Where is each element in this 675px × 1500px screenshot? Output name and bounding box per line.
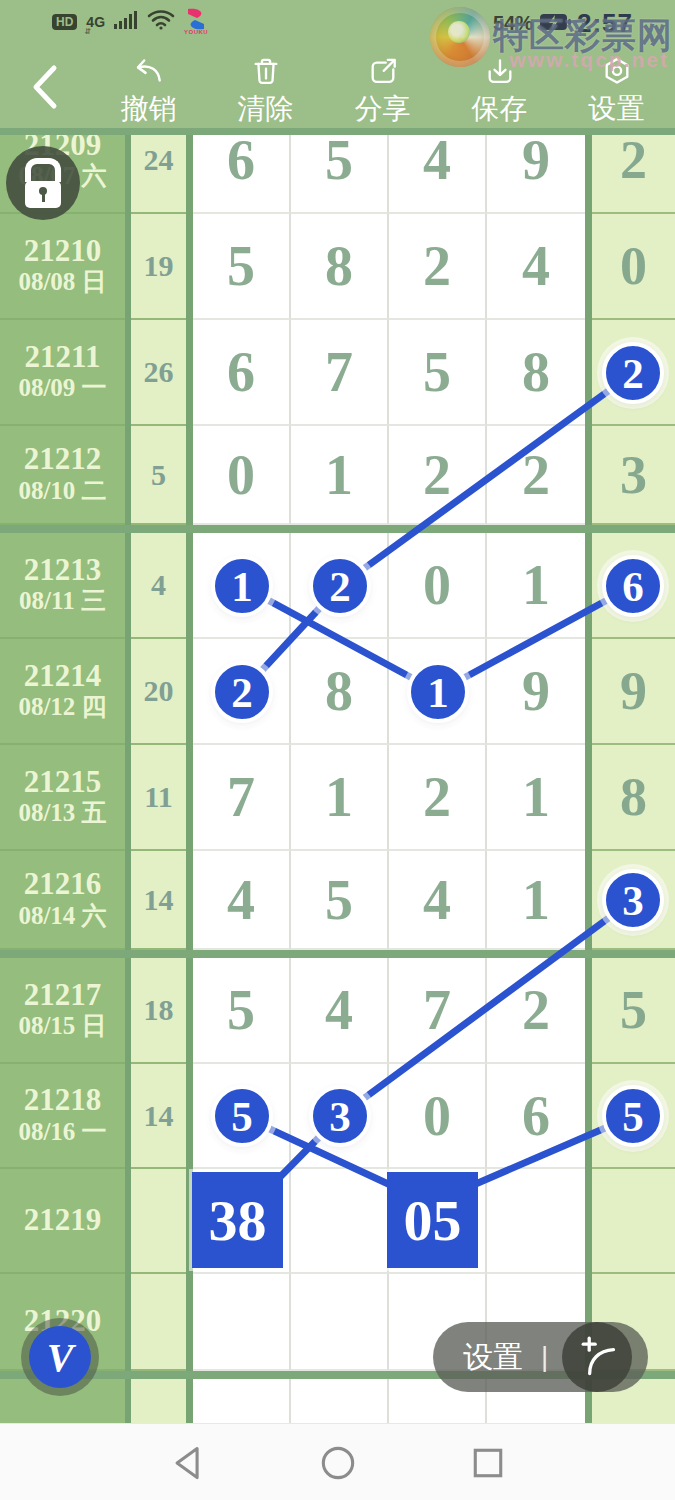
prediction-square[interactable]: 38 [192,1172,283,1268]
period-label: 21211 [25,341,101,374]
digit-cell[interactable] [291,1274,389,1371]
digit-cell[interactable]: 5 [193,214,291,320]
signature-v: V [29,1326,91,1388]
chevron-left-icon [30,64,60,110]
marked-digit-circle[interactable]: 3 [309,1085,371,1147]
share-icon [361,55,405,88]
group-divider [0,950,675,958]
sum-cell[interactable]: 14 [131,1064,186,1169]
digit-cell[interactable]: 0 [389,1064,487,1169]
back-button[interactable] [0,45,90,128]
digit-cell[interactable]: 8 [487,320,585,426]
status-left-cluster: HD 4G⇵ YOUKU [52,8,208,36]
marked-digit-circle[interactable]: 1 [211,555,273,617]
status-bar: HD 4G⇵ YOUKU 54 [0,0,675,45]
digit-cell[interactable]: 9 [487,639,585,745]
period-label: 21212 [24,443,102,476]
sum-cell[interactable] [131,1274,186,1371]
digit-cell[interactable]: 2 [389,745,487,851]
nav-home-button[interactable] [316,1441,360,1485]
signal-bars-icon [114,10,138,34]
period-cell[interactable]: 2121508/13 五 [0,745,125,851]
period-cell[interactable]: 2121308/11 三 [0,533,125,639]
digit-cell[interactable]: 4 [193,851,291,950]
extra-cell[interactable]: 9 [592,639,675,745]
digit-cell[interactable]: 5 [291,135,389,214]
marked-digit-circle[interactable]: 3 [602,869,664,931]
draw-settings-pill[interactable]: 设置 | [433,1322,648,1392]
sum-cell[interactable]: 4 [131,533,186,639]
digit-cell[interactable]: 4 [487,214,585,320]
date-label: 08/10 二 [18,476,106,506]
sum-cell[interactable]: 11 [131,745,186,851]
date-label: 08/11 三 [19,586,106,616]
digit-cell[interactable]: 4 [291,958,389,1064]
date-label: 08/12 四 [18,692,106,722]
marked-digit-circle[interactable]: 5 [211,1085,273,1147]
sum-cell[interactable]: 19 [131,214,186,320]
extra-cell[interactable]: 0 [592,214,675,320]
nav-back-button[interactable] [168,1441,208,1485]
digit-cell[interactable]: 2 [389,214,487,320]
chart-row-21216: 2121608/14 六1445413 [0,851,675,950]
extra-cell[interactable]: 8 [592,745,675,851]
period-label: 21210 [24,235,102,268]
extra-cell[interactable]: 5 [592,958,675,1064]
chart-row-21217: 2121708/15 日1854725 [0,958,675,1064]
share-label: 分享 [355,90,411,128]
digit-cell[interactable]: 4 [389,135,487,214]
period-cell[interactable]: 2121008/08 日 [0,214,125,320]
download-icon [478,55,522,88]
network-4g-label: 4G⇵ [86,14,105,30]
sum-cell[interactable]: 18 [131,958,186,1064]
digit-cell[interactable]: 5 [193,958,291,1064]
date-label: 08/14 六 [18,901,106,931]
period-cell[interactable]: 2121408/12 四 [0,639,125,745]
period-label: 21213 [24,554,102,587]
marked-digit-circle[interactable]: 6 [602,555,664,617]
digit-cell[interactable]: 1 [291,745,389,851]
phone-screen: HD 4G⇵ YOUKU 54 [0,0,675,1500]
save-label: 保存 [472,90,528,128]
top-toolbar: 撤销 清除 分享 保存 设置 [0,45,675,128]
hd-badge: HD [52,14,77,30]
digit-cell[interactable]: 4 [389,851,487,950]
clock-time: 2:57 [577,8,633,39]
period-cell[interactable]: 2121808/16 一 [0,1064,125,1169]
pill-settings-label[interactable]: 设置 [463,1337,523,1378]
marked-digit-circle[interactable]: 5 [602,1085,664,1147]
add-curve-icon [575,1335,619,1379]
digit-cell[interactable]: 5 [291,851,389,950]
sum-cell[interactable]: 5 [131,426,186,525]
settings-label: 设置 [589,90,645,128]
digit-cell[interactable]: 6 [193,320,291,426]
trend-chart[interactable]: 2120908/07 六24654922121008/08 日195824021… [0,135,675,1423]
marked-digit-circle[interactable]: 1 [407,661,469,723]
extra-cell[interactable]: 3 [592,426,675,525]
digit-cell[interactable]: 7 [389,958,487,1064]
undo-button[interactable]: 撤销 [90,45,207,128]
digit-cell[interactable]: 6 [193,135,291,214]
extra-cell[interactable] [592,1169,675,1274]
status-right-cluster: 54% 2:57 [493,8,633,39]
group-divider [0,525,675,533]
date-label: 08/09 一 [18,373,106,403]
chart-row-21209: 2120908/07 六2465492 [0,135,675,214]
digit-cell[interactable] [193,1274,291,1371]
group-divider [0,128,675,135]
period-label: 21214 [24,660,102,693]
period-cell[interactable]: 2121208/10 二 [0,426,125,525]
clear-label: 清除 [238,90,294,128]
digit-cell[interactable]: 7 [291,320,389,426]
settings-button[interactable]: 设置 [558,45,675,128]
digit-cell[interactable]: 1 [487,851,585,950]
android-navbar [0,1423,675,1500]
chart-row-21212: 2121208/10 二501223 [0,426,675,525]
share-button[interactable]: 分享 [324,45,441,128]
pill-divider: | [541,1341,548,1373]
marked-digit-circle[interactable]: 2 [309,555,371,617]
settings-hex-icon [595,55,639,88]
marked-digit-circle[interactable]: 2 [602,342,664,404]
digit-cell[interactable]: 1 [487,533,585,639]
period-cell[interactable]: 2121608/14 六 [0,851,125,950]
digit-cell[interactable] [291,1169,389,1274]
save-button[interactable]: 保存 [441,45,558,128]
period-label: 21217 [24,979,102,1012]
period-cell[interactable]: 2121108/09 一 [0,320,125,426]
digit-cell[interactable]: 2 [487,958,585,1064]
trash-icon [244,55,288,88]
period-label: 21218 [24,1084,102,1117]
chart-row-21214: 2121408/12 四2028199 [0,639,675,745]
digit-cell[interactable]: 0 [193,426,291,525]
sum-cell[interactable]: 26 [131,320,186,426]
battery-percent: 54% [493,12,533,35]
digit-cell[interactable]: 8 [291,639,389,745]
digit-cell[interactable]: 2 [487,426,585,525]
digit-cell[interactable]: 5 [389,320,487,426]
lock-icon [25,158,61,182]
marked-digit-circle[interactable]: 2 [211,661,273,723]
sum-cell[interactable] [131,1169,186,1274]
signature-button[interactable]: V [21,1318,99,1396]
chart-row-21219: 21219 [0,1169,675,1274]
period-cell[interactable]: 2121708/15 日 [0,958,125,1064]
date-label: 08/15 日 [18,1011,106,1041]
add-line-button[interactable] [562,1322,632,1392]
sum-cell[interactable]: 24 [131,135,186,214]
wifi-icon [147,9,175,35]
sum-cell [131,1379,186,1423]
digit-cell[interactable]: 6 [487,1064,585,1169]
date-label: 08/08 日 [18,267,106,297]
period-label: 21219 [24,1204,102,1237]
date-label: 08/16 一 [18,1117,106,1147]
digit-cell [291,1379,389,1423]
chart-row-21211: 2121108/09 一2667582 [0,320,675,426]
sum-cell[interactable]: 14 [131,851,186,950]
undo-icon [127,55,171,88]
period-cell[interactable]: 21219 [0,1169,125,1274]
extra-cell[interactable]: 2 [592,135,675,214]
digit-cell[interactable]: 9 [487,135,585,214]
digit-cell[interactable]: 1 [291,426,389,525]
undo-label: 撤销 [121,90,177,128]
digit-cell[interactable]: 8 [291,214,389,320]
prediction-square[interactable]: 05 [387,1172,478,1268]
digit-cell[interactable]: 0 [389,533,487,639]
nav-recents-button[interactable] [468,1441,508,1485]
period-label: 21216 [24,868,102,901]
period-label: 21215 [24,766,102,799]
lock-button[interactable] [6,146,80,220]
date-label: 08/13 五 [18,798,106,828]
digit-cell[interactable] [487,1169,585,1274]
digit-cell[interactable]: 7 [193,745,291,851]
youku-app-icon: YOUKU [184,8,208,36]
clear-button[interactable]: 清除 [207,45,324,128]
digit-cell [193,1379,291,1423]
sum-cell[interactable]: 20 [131,639,186,745]
chart-row-21215: 2121508/13 五1171218 [0,745,675,851]
chart-row-21210: 2121008/08 日1958240 [0,214,675,320]
battery-icon [539,12,571,36]
digit-cell[interactable]: 1 [487,745,585,851]
digit-cell[interactable]: 2 [389,426,487,525]
